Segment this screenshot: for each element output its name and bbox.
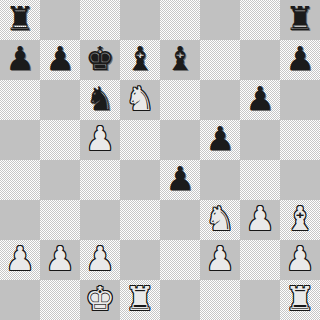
square-h8[interactable]: ♜ <box>280 0 320 40</box>
square-a8[interactable]: ♜ <box>0 0 40 40</box>
square-d4[interactable] <box>120 160 160 200</box>
square-e1[interactable] <box>160 280 200 320</box>
square-e6[interactable] <box>160 80 200 120</box>
square-c4[interactable] <box>80 160 120 200</box>
piece-white-pawn[interactable]: ♟ <box>45 239 75 279</box>
square-g7[interactable] <box>240 40 280 80</box>
piece-white-pawn[interactable]: ♟ <box>85 119 115 159</box>
square-c5[interactable]: ♟ <box>80 120 120 160</box>
square-d5[interactable] <box>120 120 160 160</box>
piece-white-bishop[interactable]: ♝ <box>285 199 315 239</box>
piece-white-pawn[interactable]: ♟ <box>5 239 35 279</box>
piece-black-knight[interactable]: ♞ <box>85 79 115 119</box>
square-e7[interactable]: ♝ <box>160 40 200 80</box>
square-b4[interactable] <box>40 160 80 200</box>
square-a7[interactable]: ♟ <box>0 40 40 80</box>
square-a4[interactable] <box>0 160 40 200</box>
piece-black-pawn[interactable]: ♟ <box>205 119 235 159</box>
square-f5[interactable]: ♟ <box>200 120 240 160</box>
square-g1[interactable] <box>240 280 280 320</box>
square-b6[interactable] <box>40 80 80 120</box>
piece-black-pawn[interactable]: ♟ <box>5 39 35 79</box>
square-g2[interactable] <box>240 240 280 280</box>
square-g8[interactable] <box>240 0 280 40</box>
square-c8[interactable] <box>80 0 120 40</box>
square-b7[interactable]: ♟ <box>40 40 80 80</box>
square-c1[interactable]: ♚ <box>80 280 120 320</box>
square-b3[interactable] <box>40 200 80 240</box>
square-f7[interactable] <box>200 40 240 80</box>
square-h1[interactable]: ♜ <box>280 280 320 320</box>
piece-white-rook[interactable]: ♜ <box>285 279 315 319</box>
square-f3[interactable]: ♞ <box>200 200 240 240</box>
square-h5[interactable] <box>280 120 320 160</box>
piece-black-bishop[interactable]: ♝ <box>125 39 155 79</box>
piece-white-rook[interactable]: ♜ <box>125 279 155 319</box>
square-h6[interactable] <box>280 80 320 120</box>
square-e4[interactable]: ♟ <box>160 160 200 200</box>
piece-black-pawn[interactable]: ♟ <box>165 159 195 199</box>
square-f8[interactable] <box>200 0 240 40</box>
square-c7[interactable]: ♚ <box>80 40 120 80</box>
square-b5[interactable] <box>40 120 80 160</box>
square-e2[interactable] <box>160 240 200 280</box>
square-a1[interactable] <box>0 280 40 320</box>
square-g5[interactable] <box>240 120 280 160</box>
square-h3[interactable]: ♝ <box>280 200 320 240</box>
piece-black-rook[interactable]: ♜ <box>285 0 315 39</box>
piece-white-king[interactable]: ♚ <box>85 279 115 319</box>
piece-black-bishop[interactable]: ♝ <box>165 39 195 79</box>
square-e3[interactable] <box>160 200 200 240</box>
square-g4[interactable] <box>240 160 280 200</box>
square-d2[interactable] <box>120 240 160 280</box>
square-a3[interactable] <box>0 200 40 240</box>
piece-black-pawn[interactable]: ♟ <box>285 39 315 79</box>
square-h4[interactable] <box>280 160 320 200</box>
chess-board: ♜♜♟♟♚♝♝♟♞♞♟♟♟♟♞♟♝♟♟♟♟♟♚♜♜ <box>0 0 320 320</box>
piece-white-pawn[interactable]: ♟ <box>245 199 275 239</box>
piece-white-pawn[interactable]: ♟ <box>205 239 235 279</box>
piece-black-king[interactable]: ♚ <box>85 39 115 79</box>
square-a6[interactable] <box>0 80 40 120</box>
square-f6[interactable] <box>200 80 240 120</box>
square-c2[interactable]: ♟ <box>80 240 120 280</box>
square-d6[interactable]: ♞ <box>120 80 160 120</box>
piece-black-pawn[interactable]: ♟ <box>45 39 75 79</box>
square-f2[interactable]: ♟ <box>200 240 240 280</box>
square-e8[interactable] <box>160 0 200 40</box>
piece-black-rook[interactable]: ♜ <box>5 0 35 39</box>
piece-white-knight[interactable]: ♞ <box>205 199 235 239</box>
square-a5[interactable] <box>0 120 40 160</box>
square-h2[interactable]: ♟ <box>280 240 320 280</box>
square-g3[interactable]: ♟ <box>240 200 280 240</box>
piece-white-knight[interactable]: ♞ <box>125 79 155 119</box>
square-d3[interactable] <box>120 200 160 240</box>
square-f1[interactable] <box>200 280 240 320</box>
square-a2[interactable]: ♟ <box>0 240 40 280</box>
square-d8[interactable] <box>120 0 160 40</box>
square-g6[interactable]: ♟ <box>240 80 280 120</box>
square-f4[interactable] <box>200 160 240 200</box>
square-b8[interactable] <box>40 0 80 40</box>
square-d7[interactable]: ♝ <box>120 40 160 80</box>
square-b2[interactable]: ♟ <box>40 240 80 280</box>
piece-black-pawn[interactable]: ♟ <box>245 79 275 119</box>
piece-white-pawn[interactable]: ♟ <box>285 239 315 279</box>
square-d1[interactable]: ♜ <box>120 280 160 320</box>
square-c6[interactable]: ♞ <box>80 80 120 120</box>
square-e5[interactable] <box>160 120 200 160</box>
square-b1[interactable] <box>40 280 80 320</box>
square-c3[interactable] <box>80 200 120 240</box>
square-h7[interactable]: ♟ <box>280 40 320 80</box>
piece-white-pawn[interactable]: ♟ <box>85 239 115 279</box>
